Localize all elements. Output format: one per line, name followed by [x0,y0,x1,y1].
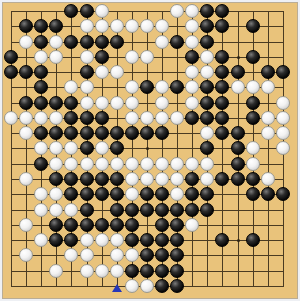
black-stone[interactable] [246,172,260,186]
white-stone[interactable] [261,80,275,94]
white-stone[interactable] [155,80,169,94]
black-stone[interactable] [170,279,184,293]
black-stone[interactable] [246,50,260,64]
white-stone[interactable] [125,187,139,201]
white-stone[interactable] [64,80,78,94]
white-stone[interactable] [170,111,184,125]
white-stone[interactable] [125,111,139,125]
white-stone[interactable] [49,157,63,171]
black-stone[interactable] [215,96,229,110]
white-stone[interactable] [34,203,48,217]
white-stone[interactable] [155,111,169,125]
black-stone[interactable] [200,96,214,110]
black-stone[interactable] [140,203,154,217]
white-stone[interactable] [4,111,18,125]
black-stone[interactable] [64,187,78,201]
white-stone[interactable] [80,264,94,278]
white-stone[interactable] [185,157,199,171]
black-stone[interactable] [140,264,154,278]
white-stone[interactable] [231,80,245,94]
black-stone[interactable] [155,187,169,201]
white-stone[interactable] [261,172,275,186]
white-stone[interactable] [19,248,33,262]
black-stone[interactable] [170,203,184,217]
black-stone[interactable] [155,233,169,247]
white-stone[interactable] [276,126,290,140]
white-stone[interactable] [155,19,169,33]
white-stone[interactable] [110,65,124,79]
black-stone[interactable] [34,126,48,140]
black-stone[interactable] [80,218,94,232]
white-stone[interactable] [170,157,184,171]
black-stone[interactable] [246,19,260,33]
white-stone[interactable] [185,218,199,232]
black-stone[interactable] [110,172,124,186]
black-stone[interactable] [246,96,260,110]
black-stone[interactable] [80,4,94,18]
black-stone[interactable] [95,50,109,64]
white-stone[interactable] [80,96,94,110]
black-stone[interactable] [95,111,109,125]
white-stone[interactable] [80,19,94,33]
white-stone[interactable] [170,172,184,186]
black-stone[interactable] [110,203,124,217]
white-stone[interactable] [200,50,214,64]
black-stone[interactable] [170,248,184,262]
black-stone[interactable] [261,65,275,79]
white-stone[interactable] [200,172,214,186]
black-stone[interactable] [185,111,199,125]
white-stone[interactable] [200,157,214,171]
white-stone[interactable] [80,80,94,94]
white-stone[interactable] [64,157,78,171]
black-stone[interactable] [34,19,48,33]
white-stone[interactable] [200,65,214,79]
white-stone[interactable] [140,19,154,33]
white-stone[interactable] [80,157,94,171]
black-stone[interactable] [64,126,78,140]
black-stone[interactable] [215,111,229,125]
black-stone[interactable] [125,264,139,278]
white-stone[interactable] [19,111,33,125]
black-stone[interactable] [140,126,154,140]
white-stone[interactable] [125,19,139,33]
black-stone[interactable] [200,19,214,33]
go-app-window [0,0,300,301]
white-stone[interactable] [125,279,139,293]
white-stone[interactable] [49,50,63,64]
white-stone[interactable] [185,35,199,49]
black-stone[interactable] [215,65,229,79]
black-stone[interactable] [185,50,199,64]
white-stone[interactable] [64,141,78,155]
white-stone[interactable] [125,248,139,262]
triangle-marker-icon [112,284,122,292]
black-stone[interactable] [19,19,33,33]
black-stone[interactable] [64,35,78,49]
black-stone[interactable] [155,218,169,232]
white-stone[interactable] [276,141,290,155]
hoshi-point [146,147,149,150]
black-stone[interactable] [110,35,124,49]
white-stone[interactable] [261,126,275,140]
white-stone[interactable] [34,187,48,201]
black-stone[interactable] [140,248,154,262]
black-stone[interactable] [4,50,18,64]
white-stone[interactable] [95,264,109,278]
white-stone[interactable] [185,19,199,33]
black-stone[interactable] [34,96,48,110]
black-stone[interactable] [200,4,214,18]
black-stone[interactable] [215,172,229,186]
black-stone[interactable] [170,35,184,49]
white-stone[interactable] [34,233,48,247]
black-stone[interactable] [215,233,229,247]
black-stone[interactable] [155,248,169,262]
black-stone[interactable] [276,187,290,201]
white-stone[interactable] [19,218,33,232]
black-stone[interactable] [246,233,260,247]
black-stone[interactable] [80,35,94,49]
black-stone[interactable] [215,4,229,18]
white-stone[interactable] [110,264,124,278]
white-stone[interactable] [155,157,169,171]
black-stone[interactable] [231,141,245,155]
black-stone[interactable] [49,19,63,33]
white-stone[interactable] [49,203,63,217]
white-stone[interactable] [49,111,63,125]
white-stone[interactable] [140,172,154,186]
black-stone[interactable] [64,96,78,110]
black-stone[interactable] [49,172,63,186]
white-stone[interactable] [276,111,290,125]
white-stone[interactable] [185,80,199,94]
white-stone[interactable] [155,172,169,186]
black-stone[interactable] [64,111,78,125]
black-stone[interactable] [49,126,63,140]
black-stone[interactable] [215,80,229,94]
black-stone[interactable] [34,65,48,79]
black-stone[interactable] [110,187,124,201]
black-stone[interactable] [64,4,78,18]
go-board[interactable] [2,2,298,299]
black-stone[interactable] [34,35,48,49]
black-stone[interactable] [200,203,214,217]
black-stone[interactable] [246,187,260,201]
white-stone[interactable] [155,96,169,110]
white-stone[interactable] [125,80,139,94]
black-stone[interactable] [125,218,139,232]
black-stone[interactable] [80,126,94,140]
white-stone[interactable] [95,4,109,18]
black-stone[interactable] [125,233,139,247]
white-stone[interactable] [110,19,124,33]
black-stone[interactable] [34,80,48,94]
hoshi-point [237,56,240,59]
white-stone[interactable] [49,187,63,201]
black-stone[interactable] [231,65,245,79]
white-stone[interactable] [64,203,78,217]
white-stone[interactable] [140,111,154,125]
white-stone[interactable] [95,157,109,171]
black-stone[interactable] [140,233,154,247]
black-stone[interactable] [125,126,139,140]
white-stone[interactable] [185,96,199,110]
black-stone[interactable] [140,80,154,94]
black-stone[interactable] [49,96,63,110]
white-stone[interactable] [140,50,154,64]
white-stone[interactable] [170,187,184,201]
black-stone[interactable] [49,218,63,232]
black-stone[interactable] [155,264,169,278]
white-stone[interactable] [185,65,199,79]
white-stone[interactable] [155,35,169,49]
white-stone[interactable] [170,4,184,18]
black-stone[interactable] [185,172,199,186]
black-stone[interactable] [140,187,154,201]
black-stone[interactable] [170,264,184,278]
grid-line-vertical [268,11,269,287]
white-stone[interactable] [246,141,260,155]
white-stone[interactable] [110,233,124,247]
black-stone[interactable] [4,65,18,79]
black-stone[interactable] [215,126,229,140]
black-stone[interactable] [110,141,124,155]
black-stone[interactable] [200,111,214,125]
black-stone[interactable] [155,279,169,293]
black-stone[interactable] [80,203,94,217]
black-stone[interactable] [231,172,245,186]
white-stone[interactable] [49,35,63,49]
black-stone[interactable] [170,80,184,94]
black-stone[interactable] [110,218,124,232]
black-stone[interactable] [125,203,139,217]
black-stone[interactable] [200,141,214,155]
white-stone[interactable] [140,279,154,293]
white-stone[interactable] [34,141,48,155]
black-stone[interactable] [95,126,109,140]
black-stone[interactable] [110,126,124,140]
black-stone[interactable] [170,218,184,232]
black-stone[interactable] [276,65,290,79]
white-stone[interactable] [95,19,109,33]
black-stone[interactable] [80,141,94,155]
black-stone[interactable] [95,187,109,201]
black-stone[interactable] [95,35,109,49]
white-stone[interactable] [49,264,63,278]
black-stone[interactable] [19,65,33,79]
hoshi-point [237,239,240,242]
black-stone[interactable] [170,233,184,247]
white-stone[interactable] [140,157,154,171]
white-stone[interactable] [95,233,109,247]
black-stone[interactable] [215,19,229,33]
white-stone[interactable] [110,157,124,171]
white-stone[interactable] [261,111,275,125]
white-stone[interactable] [125,50,139,64]
black-stone[interactable] [231,126,245,140]
white-stone[interactable] [19,126,33,140]
white-stone[interactable] [34,50,48,64]
black-stone[interactable] [155,203,169,217]
black-stone[interactable] [200,187,214,201]
white-stone[interactable] [125,96,139,110]
white-stone[interactable] [110,96,124,110]
black-stone[interactable] [80,172,94,186]
black-stone[interactable] [200,35,214,49]
white-stone[interactable] [125,157,139,171]
black-stone[interactable] [19,96,33,110]
white-stone[interactable] [246,80,260,94]
black-stone[interactable] [95,218,109,232]
black-stone[interactable] [155,126,169,140]
black-stone[interactable] [34,157,48,171]
white-stone[interactable] [34,111,48,125]
white-stone[interactable] [185,4,199,18]
black-stone[interactable] [261,187,275,201]
black-stone[interactable] [231,157,245,171]
white-stone[interactable] [19,35,33,49]
white-stone[interactable] [19,172,33,186]
white-stone[interactable] [110,248,124,262]
white-stone[interactable] [95,141,109,155]
black-stone[interactable] [49,233,63,247]
white-stone[interactable] [125,172,139,186]
white-stone[interactable] [95,96,109,110]
black-stone[interactable] [185,203,199,217]
black-stone[interactable] [95,172,109,186]
black-stone[interactable] [185,187,199,201]
white-stone[interactable] [246,157,260,171]
white-stone[interactable] [276,96,290,110]
black-stone[interactable] [80,187,94,201]
black-stone[interactable] [80,111,94,125]
black-stone[interactable] [64,233,78,247]
white-stone[interactable] [49,141,63,155]
black-stone[interactable] [200,80,214,94]
white-stone[interactable] [64,248,78,262]
white-stone[interactable] [95,65,109,79]
white-stone[interactable] [80,248,94,262]
white-stone[interactable] [200,126,214,140]
black-stone[interactable] [246,111,260,125]
black-stone[interactable] [64,218,78,232]
black-stone[interactable] [215,50,229,64]
white-stone[interactable] [80,233,94,247]
black-stone[interactable] [80,65,94,79]
white-stone[interactable] [80,50,94,64]
black-stone[interactable] [64,172,78,186]
